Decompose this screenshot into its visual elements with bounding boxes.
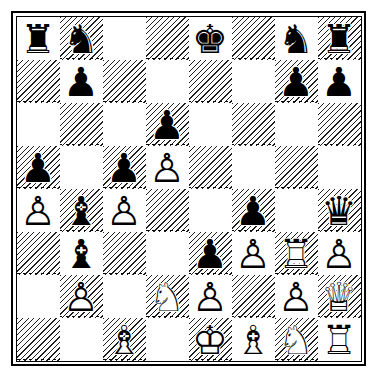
black-queen-piece[interactable]: ♛♛ [318,189,361,232]
square-a1[interactable] [17,318,60,361]
piece-glyph: ♔ [189,318,232,361]
piece-glyph: ♙ [17,189,60,232]
square-a5[interactable]: ♟♟ [17,146,60,189]
square-d3[interactable] [146,232,189,275]
black-pawn-piece[interactable]: ♟♟ [103,146,146,189]
square-g4[interactable] [275,189,318,232]
square-c6[interactable] [103,103,146,146]
piece-glyph: ♝ [60,189,103,232]
square-e1[interactable]: ♚♔ [189,318,232,361]
square-f3[interactable]: ♟♙ [232,232,275,275]
black-pawn-piece[interactable]: ♟♟ [232,189,275,232]
white-pawn-piece[interactable]: ♟♙ [146,146,189,189]
piece-glyph: ♗ [232,318,275,361]
square-g7[interactable]: ♟♟ [275,60,318,103]
square-f8[interactable] [232,17,275,60]
black-pawn-piece[interactable]: ♟♟ [275,60,318,103]
piece-glyph: ♖ [318,318,361,361]
square-e3[interactable]: ♟♟ [189,232,232,275]
white-knight-piece[interactable]: ♞♘ [275,318,318,361]
square-c2[interactable] [103,275,146,318]
white-pawn-piece[interactable]: ♟♙ [275,275,318,318]
white-pawn-piece[interactable]: ♟♙ [103,189,146,232]
square-d5[interactable]: ♟♙ [146,146,189,189]
black-pawn-piece[interactable]: ♟♟ [318,60,361,103]
white-bishop-piece[interactable]: ♝♗ [232,318,275,361]
square-c8[interactable] [103,17,146,60]
square-b8[interactable]: ♞♞ [60,17,103,60]
white-pawn-piece[interactable]: ♟♙ [232,232,275,275]
square-d7[interactable] [146,60,189,103]
white-bishop-piece[interactable]: ♝♗ [103,318,146,361]
square-e5[interactable] [189,146,232,189]
piece-glyph: ♙ [318,232,361,275]
square-d4[interactable] [146,189,189,232]
black-rook-piece[interactable]: ♜♜ [318,17,361,60]
square-b6[interactable] [60,103,103,146]
square-d8[interactable] [146,17,189,60]
square-a7[interactable] [17,60,60,103]
square-c7[interactable] [103,60,146,103]
square-d2[interactable]: ♞♘ [146,275,189,318]
square-f1[interactable]: ♝♗ [232,318,275,361]
piece-glyph: ♙ [146,146,189,189]
square-g2[interactable]: ♟♙ [275,275,318,318]
square-g1[interactable]: ♞♘ [275,318,318,361]
black-pawn-piece[interactable]: ♟♟ [189,232,232,275]
piece-glyph: ♞ [275,17,318,60]
piece-glyph: ♟ [318,60,361,103]
square-h6[interactable] [318,103,361,146]
piece-glyph: ♜ [318,17,361,60]
white-pawn-piece[interactable]: ♟♙ [189,275,232,318]
white-pawn-piece[interactable]: ♟♙ [318,232,361,275]
square-c1[interactable]: ♝♗ [103,318,146,361]
black-rook-piece[interactable]: ♜♜ [17,17,60,60]
square-b1[interactable] [60,318,103,361]
piece-glyph: ♟ [146,103,189,146]
piece-glyph: ♙ [103,189,146,232]
piece-glyph: ♙ [275,275,318,318]
white-queen-piece[interactable]: ♛♕ [318,275,361,318]
black-knight-piece[interactable]: ♞♞ [275,17,318,60]
square-h5[interactable] [318,146,361,189]
square-h2[interactable]: ♛♕ [318,275,361,318]
square-g6[interactable] [275,103,318,146]
square-f2[interactable] [232,275,275,318]
piece-glyph: ♟ [60,60,103,103]
piece-glyph: ♟ [103,146,146,189]
black-pawn-piece[interactable]: ♟♟ [146,103,189,146]
square-d1[interactable] [146,318,189,361]
chess-board: ♜♜♞♞♚♚♞♞♜♜♟♟♟♟♟♟♟♟♟♟♟♟♟♙♟♙♝♝♟♙♟♟♛♛♝♝♟♟♟♙… [17,17,361,361]
white-rook-piece[interactable]: ♜♖ [318,318,361,361]
square-c4[interactable]: ♟♙ [103,189,146,232]
square-b5[interactable] [60,146,103,189]
white-knight-piece[interactable]: ♞♘ [146,275,189,318]
chess-board-border: ♜♜♞♞♚♚♞♞♜♜♟♟♟♟♟♟♟♟♟♟♟♟♟♙♟♙♝♝♟♙♟♟♛♛♝♝♟♟♟♙… [16,16,362,362]
piece-glyph: ♛ [318,189,361,232]
square-f6[interactable] [232,103,275,146]
square-g5[interactable] [275,146,318,189]
square-e8[interactable]: ♚♚ [189,17,232,60]
square-c3[interactable] [103,232,146,275]
chess-diagram-page: ♜♜♞♞♚♚♞♞♜♜♟♟♟♟♟♟♟♟♟♟♟♟♟♙♟♙♝♝♟♙♟♟♛♛♝♝♟♟♟♙… [0,0,384,384]
square-h3[interactable]: ♟♙ [318,232,361,275]
square-h8[interactable]: ♜♜ [318,17,361,60]
square-h4[interactable]: ♛♛ [318,189,361,232]
black-bishop-piece[interactable]: ♝♝ [60,232,103,275]
square-a8[interactable]: ♜♜ [17,17,60,60]
square-f5[interactable] [232,146,275,189]
piece-glyph: ♙ [60,275,103,318]
square-a4[interactable]: ♟♙ [17,189,60,232]
square-h7[interactable]: ♟♟ [318,60,361,103]
piece-glyph: ♟ [17,146,60,189]
square-e6[interactable] [189,103,232,146]
piece-glyph: ♞ [60,17,103,60]
piece-glyph: ♗ [103,318,146,361]
piece-glyph: ♘ [275,318,318,361]
square-b2[interactable]: ♟♙ [60,275,103,318]
piece-glyph: ♝ [60,232,103,275]
black-knight-piece[interactable]: ♞♞ [60,17,103,60]
square-a3[interactable] [17,232,60,275]
piece-glyph: ♙ [189,275,232,318]
square-g8[interactable]: ♞♞ [275,17,318,60]
piece-glyph: ♙ [232,232,275,275]
square-a2[interactable] [17,275,60,318]
piece-glyph: ♟ [232,189,275,232]
square-b3[interactable]: ♝♝ [60,232,103,275]
white-pawn-piece[interactable]: ♟♙ [17,189,60,232]
square-h1[interactable]: ♜♖ [318,318,361,361]
white-rook-piece[interactable]: ♜♖ [275,232,318,275]
black-king-piece[interactable]: ♚♚ [189,17,232,60]
piece-glyph: ♖ [275,232,318,275]
square-a6[interactable] [17,103,60,146]
square-b4[interactable]: ♝♝ [60,189,103,232]
square-e2[interactable]: ♟♙ [189,275,232,318]
square-e7[interactable] [189,60,232,103]
piece-glyph: ♜ [17,17,60,60]
black-pawn-piece[interactable]: ♟♟ [17,146,60,189]
square-c5[interactable]: ♟♟ [103,146,146,189]
white-pawn-piece[interactable]: ♟♙ [60,275,103,318]
square-d6[interactable]: ♟♟ [146,103,189,146]
piece-glyph: ♟ [189,232,232,275]
square-b7[interactable]: ♟♟ [60,60,103,103]
piece-glyph: ♚ [189,17,232,60]
black-pawn-piece[interactable]: ♟♟ [60,60,103,103]
square-e4[interactable] [189,189,232,232]
piece-glyph: ♕ [318,275,361,318]
piece-glyph: ♟ [275,60,318,103]
square-f4[interactable]: ♟♟ [232,189,275,232]
black-bishop-piece[interactable]: ♝♝ [60,189,103,232]
piece-glyph: ♘ [146,275,189,318]
square-f7[interactable] [232,60,275,103]
square-g3[interactable]: ♜♖ [275,232,318,275]
chess-board-frame: ♜♜♞♞♚♚♞♞♜♜♟♟♟♟♟♟♟♟♟♟♟♟♟♙♟♙♝♝♟♙♟♟♛♛♝♝♟♟♟♙… [11,11,366,366]
white-king-piece[interactable]: ♚♔ [189,318,232,361]
